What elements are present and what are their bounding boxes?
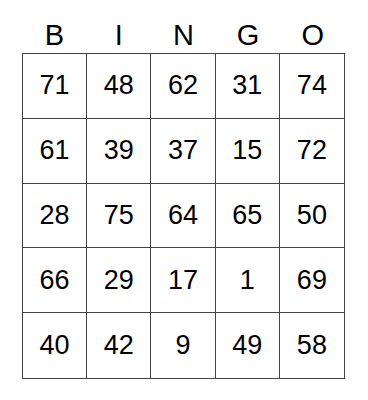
header-letter-g: G — [216, 0, 281, 53]
header-letter-n: N — [151, 0, 216, 53]
cell-r4c2[interactable]: 29 — [87, 248, 151, 313]
cell-r4c4[interactable]: 1 — [216, 248, 280, 313]
cell-r4c5[interactable]: 69 — [280, 248, 344, 313]
cell-r2c3[interactable]: 37 — [151, 119, 215, 184]
cell-r1c5[interactable]: 74 — [280, 54, 344, 119]
bingo-grid: 71 48 62 31 74 61 39 37 15 72 28 75 64 6… — [22, 53, 345, 379]
cell-r1c3[interactable]: 62 — [151, 54, 215, 119]
cell-r5c4[interactable]: 49 — [216, 313, 280, 378]
cell-r1c4[interactable]: 31 — [216, 54, 280, 119]
bingo-card: B I N G O 71 48 62 31 74 61 39 37 15 72 … — [0, 0, 368, 400]
cell-r2c4[interactable]: 15 — [216, 119, 280, 184]
cell-r5c1[interactable]: 40 — [23, 313, 87, 378]
cell-r4c1[interactable]: 66 — [23, 248, 87, 313]
cell-r3c4[interactable]: 65 — [216, 184, 280, 249]
cell-r2c2[interactable]: 39 — [87, 119, 151, 184]
header-letter-o: O — [280, 0, 345, 53]
cell-r3c2[interactable]: 75 — [87, 184, 151, 249]
header-letter-b: B — [22, 0, 87, 53]
header-letter-i: I — [87, 0, 152, 53]
cell-r3c1[interactable]: 28 — [23, 184, 87, 249]
cell-r1c1[interactable]: 71 — [23, 54, 87, 119]
cell-r1c2[interactable]: 48 — [87, 54, 151, 119]
cell-r5c3[interactable]: 9 — [151, 313, 215, 378]
cell-r2c1[interactable]: 61 — [23, 119, 87, 184]
bingo-header: B I N G O — [22, 0, 345, 53]
cell-r5c2[interactable]: 42 — [87, 313, 151, 378]
cell-r4c3[interactable]: 17 — [151, 248, 215, 313]
cell-r5c5[interactable]: 58 — [280, 313, 344, 378]
cell-r3c5[interactable]: 50 — [280, 184, 344, 249]
cell-r3c3[interactable]: 64 — [151, 184, 215, 249]
cell-r2c5[interactable]: 72 — [280, 119, 344, 184]
